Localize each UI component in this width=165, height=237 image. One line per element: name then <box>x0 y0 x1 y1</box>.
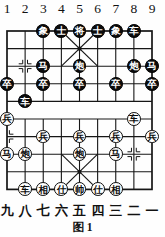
piece-black-soldier: 卒 <box>0 77 14 91</box>
piece-black-soldier: 卒 <box>109 77 123 91</box>
piece-red-advisor: 仕 <box>54 182 68 196</box>
bottom-file-label-5: 五 <box>71 202 89 218</box>
piece-black-soldier: 卒 <box>145 77 159 91</box>
top-file-label-6: 6 <box>89 1 107 17</box>
piece-black-elephant: 象 <box>36 24 50 38</box>
piece-red-cannon: 炮 <box>18 147 32 161</box>
bottom-file-label-2: 八 <box>16 202 34 218</box>
board-piece-grid: 象士将士象车马炮炮马卒卒卒卒卒车兵车兵兵兵兵马炮炮马车相仕帅仕相 <box>0 22 161 198</box>
piece-red-elephant: 相 <box>36 182 50 196</box>
piece-black-elephant: 象 <box>109 24 123 38</box>
bottom-file-label-7: 三 <box>107 202 125 218</box>
piece-red-horse: 马 <box>109 147 123 161</box>
bottom-file-label-8: 二 <box>125 202 143 218</box>
piece-red-elephant: 相 <box>109 182 123 196</box>
piece-black-horse: 马 <box>145 59 159 73</box>
figure-caption: 图 1 <box>0 220 165 235</box>
piece-black-cannon: 炮 <box>127 59 141 73</box>
piece-red-advisor: 仕 <box>91 182 105 196</box>
piece-black-soldier: 卒 <box>73 77 87 91</box>
piece-black-horse: 马 <box>36 59 50 73</box>
top-file-label-1: 1 <box>0 1 16 17</box>
bottom-file-label-9: 一 <box>143 202 161 218</box>
bottom-file-label-6: 四 <box>89 202 107 218</box>
piece-red-cannon: 炮 <box>73 147 87 161</box>
piece-black-chariot: 车 <box>127 24 141 38</box>
piece-red-soldier: 兵 <box>145 130 159 144</box>
top-file-label-5: 5 <box>71 1 89 17</box>
piece-black-advisor: 士 <box>54 24 68 38</box>
piece-black-chariot: 车 <box>18 94 32 108</box>
piece-black-advisor: 士 <box>91 24 105 38</box>
bottom-file-label-1: 九 <box>0 202 16 218</box>
xiangqi-diagram: 123456789 象士将士象车马炮炮马卒卒卒卒卒车兵车兵兵兵兵马炮炮马车相仕帅… <box>0 0 165 237</box>
piece-black-general: 将 <box>73 24 87 38</box>
top-file-label-4: 4 <box>52 1 70 17</box>
top-file-label-8: 8 <box>125 1 143 17</box>
piece-red-horse: 马 <box>0 147 14 161</box>
top-file-label-9: 9 <box>143 1 161 17</box>
piece-red-general: 帅 <box>73 182 87 196</box>
piece-red-soldier: 兵 <box>0 112 14 126</box>
piece-red-soldier: 兵 <box>73 130 87 144</box>
top-file-label-2: 2 <box>16 1 34 17</box>
piece-black-soldier: 卒 <box>36 77 50 91</box>
piece-red-soldier: 兵 <box>36 130 50 144</box>
top-file-label-7: 7 <box>107 1 125 17</box>
bottom-file-label-3: 七 <box>34 202 52 218</box>
piece-black-cannon: 炮 <box>73 59 87 73</box>
bottom-file-label-4: 六 <box>52 202 70 218</box>
piece-red-soldier: 兵 <box>109 130 123 144</box>
top-file-label-3: 3 <box>34 1 52 17</box>
piece-red-chariot: 车 <box>127 112 141 126</box>
piece-red-chariot: 车 <box>18 182 32 196</box>
